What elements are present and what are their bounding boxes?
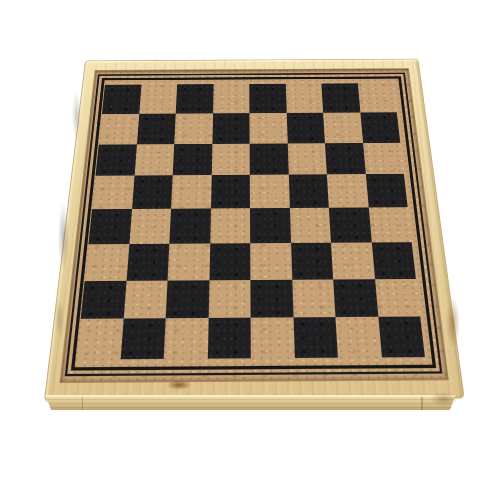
- board-square[interactable]: [285, 84, 323, 113]
- board-square[interactable]: [292, 279, 336, 318]
- board-square[interactable]: [250, 175, 290, 208]
- board-square[interactable]: [357, 83, 396, 112]
- board-square[interactable]: [288, 175, 329, 208]
- board-square[interactable]: [331, 242, 375, 279]
- board-square[interactable]: [164, 318, 208, 359]
- board-square[interactable]: [171, 175, 211, 208]
- board-square[interactable]: [137, 113, 176, 144]
- board-square[interactable]: [120, 318, 166, 359]
- board-square[interactable]: [85, 244, 129, 281]
- board-square[interactable]: [250, 143, 289, 175]
- box-front-panel: [42, 395, 459, 410]
- board-square[interactable]: [293, 317, 338, 358]
- board-square[interactable]: [99, 114, 139, 145]
- board-square[interactable]: [249, 84, 286, 113]
- board-square[interactable]: [368, 207, 411, 242]
- board-square[interactable]: [375, 278, 421, 317]
- board-square[interactable]: [174, 113, 212, 144]
- board-square[interactable]: [210, 208, 250, 243]
- board-square[interactable]: [321, 83, 360, 112]
- board-square[interactable]: [325, 143, 365, 175]
- board-square[interactable]: [166, 280, 209, 319]
- board-square[interactable]: [168, 243, 210, 280]
- board-square[interactable]: [81, 280, 126, 319]
- board-square[interactable]: [251, 318, 295, 359]
- board-square[interactable]: [132, 175, 173, 208]
- board-square[interactable]: [211, 143, 250, 175]
- board-square[interactable]: [169, 208, 210, 243]
- board-square[interactable]: [139, 84, 177, 113]
- board-square[interactable]: [207, 318, 251, 359]
- board-square[interactable]: [335, 317, 381, 358]
- board-square[interactable]: [365, 174, 407, 207]
- board-square[interactable]: [211, 175, 250, 208]
- board-square[interactable]: [249, 113, 287, 144]
- board-square[interactable]: [88, 209, 131, 244]
- board-square[interactable]: [126, 244, 169, 281]
- board-surface: [61, 69, 448, 382]
- board-square[interactable]: [287, 143, 327, 175]
- board-square[interactable]: [333, 279, 378, 318]
- board-square[interactable]: [323, 112, 362, 143]
- board-square[interactable]: [363, 142, 404, 174]
- photo-background: [0, 0, 500, 500]
- board-square[interactable]: [92, 176, 134, 209]
- board-square[interactable]: [329, 207, 371, 242]
- board-square[interactable]: [208, 280, 250, 319]
- board-square[interactable]: [371, 242, 416, 279]
- board-square[interactable]: [129, 209, 171, 244]
- board-square[interactable]: [250, 279, 293, 318]
- board-square[interactable]: [289, 208, 331, 243]
- board-square[interactable]: [250, 208, 291, 243]
- board-square[interactable]: [327, 174, 368, 207]
- board-square[interactable]: [213, 84, 250, 113]
- board-square[interactable]: [173, 144, 212, 176]
- board-square[interactable]: [176, 84, 213, 113]
- board-square[interactable]: [286, 113, 325, 144]
- board-square[interactable]: [378, 317, 425, 358]
- board-square[interactable]: [291, 243, 334, 280]
- checkerboard-grid: [77, 83, 425, 359]
- board-square[interactable]: [209, 243, 250, 280]
- board-square[interactable]: [96, 144, 137, 176]
- board-square[interactable]: [102, 85, 141, 114]
- board-square[interactable]: [212, 113, 250, 144]
- board-square[interactable]: [250, 243, 292, 280]
- board-square[interactable]: [123, 280, 167, 319]
- board-square[interactable]: [360, 112, 400, 143]
- wooden-box-frame: [44, 59, 465, 402]
- board-square[interactable]: [77, 319, 124, 360]
- board-square[interactable]: [134, 144, 174, 176]
